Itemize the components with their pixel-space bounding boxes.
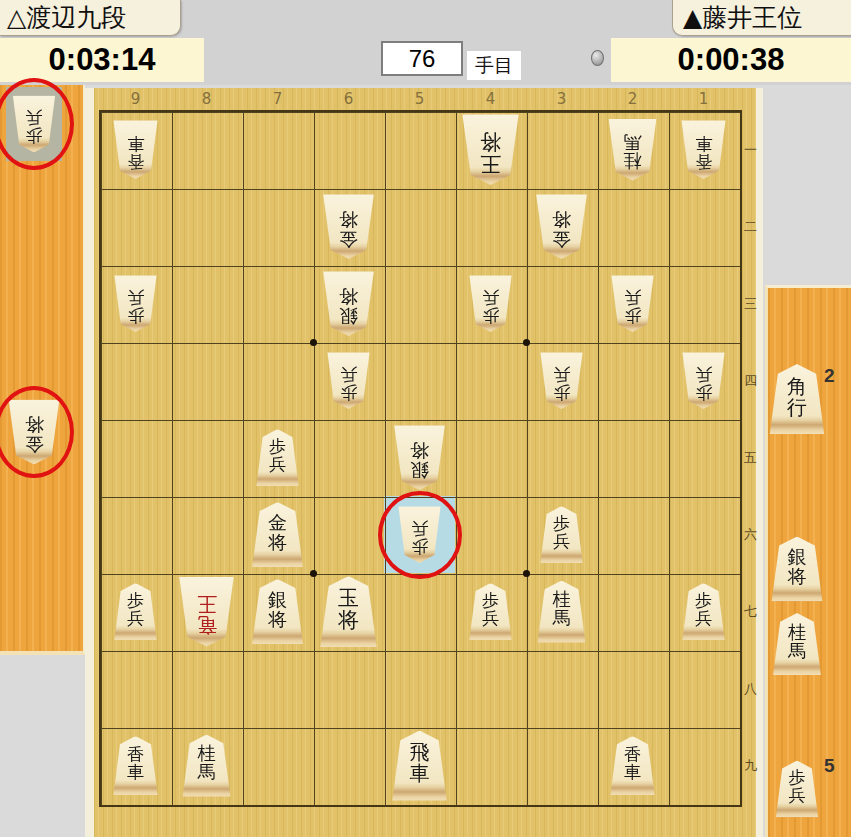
koma-kanji: 金 将: [268, 512, 287, 557]
rank-label: 一: [742, 111, 759, 188]
koma-kanji: 歩 兵: [789, 769, 806, 809]
koma-kanji: 王 将: [480, 125, 501, 174]
koma-kanji: 銀 将: [788, 547, 807, 592]
clock-gote-time: 0:03:14: [49, 42, 156, 78]
star-point: [523, 339, 530, 346]
clock-sente-time: 0:00:38: [678, 42, 785, 78]
small-oval-button[interactable]: [591, 50, 604, 66]
star-point: [310, 570, 317, 577]
clock-gote: 0:03:14: [0, 38, 204, 82]
koma-kanji: 銀 将: [268, 589, 287, 634]
koma-kanji: 香 車: [127, 745, 144, 785]
koma-kanji: 歩 兵: [127, 283, 144, 323]
koma-kanji: 竜 王: [197, 588, 217, 635]
koma-kanji: 歩 兵: [482, 283, 499, 323]
clock-sente: 0:00:38: [611, 38, 851, 82]
koma-kanji: 歩 兵: [269, 437, 286, 477]
player-plate-sente: ▲藤井王位: [672, 0, 851, 36]
file-label: 3: [526, 90, 597, 108]
star-point: [310, 339, 317, 346]
koma-kanji: 桂 馬: [624, 128, 642, 170]
koma-kanji: 香 車: [695, 129, 712, 169]
move-number-value: 76: [409, 45, 436, 73]
star-point: [523, 570, 530, 577]
rank-label: 三: [742, 265, 759, 342]
koma-kanji: 歩 兵: [482, 591, 499, 631]
koma-kanji: 歩 兵: [553, 360, 570, 400]
koma-kanji: 桂 馬: [553, 590, 571, 632]
koma-kanji: 歩 兵: [553, 514, 570, 554]
koma-kanji: 歩 兵: [695, 360, 712, 400]
komadai-gote: [0, 85, 85, 655]
rank-label: 八: [742, 650, 759, 727]
koma-kanji: 角 行: [787, 376, 807, 423]
koma-kanji: 金 将: [339, 204, 358, 249]
koma-kanji: 銀 将: [339, 281, 358, 326]
player-plate-gote: △渡辺九段: [0, 0, 181, 36]
file-label: 7: [242, 90, 313, 108]
hand-piece-count: 5: [824, 755, 835, 777]
koma-kanji: 歩 兵: [695, 591, 712, 631]
koma-kanji: 歩 兵: [411, 514, 428, 554]
player-name-gote: △渡辺九段: [7, 1, 126, 34]
rank-label: 二: [742, 188, 759, 265]
koma-kanji: 銀 将: [410, 435, 429, 480]
koma-kanji: 香 車: [127, 129, 144, 169]
koma-kanji: 歩 兵: [26, 104, 43, 144]
file-label: 6: [313, 90, 384, 108]
rank-label: 四: [742, 342, 759, 419]
koma-kanji: 香 車: [624, 745, 641, 785]
rank-label: 九: [742, 727, 759, 804]
rank-label: 七: [742, 573, 759, 650]
file-label: 5: [384, 90, 455, 108]
koma-kanji: 金 将: [25, 410, 44, 455]
player-name-sente: ▲藤井王位: [683, 1, 802, 34]
shogi-viewer: △渡辺九段 ▲藤井王位 0:03:14 0:00:38 76 手目 987654…: [0, 0, 851, 837]
koma-kanji: 歩 兵: [624, 283, 641, 323]
move-number-input[interactable]: 76: [381, 41, 463, 76]
koma-kanji: 歩 兵: [340, 360, 357, 400]
hand-piece-count: 2: [824, 365, 835, 387]
koma-kanji: 金 将: [552, 204, 571, 249]
rank-label: 六: [742, 496, 759, 573]
file-label: 1: [668, 90, 739, 108]
koma-kanji: 玉 将: [338, 587, 359, 636]
file-label: 9: [100, 90, 171, 108]
koma-kanji: 桂 馬: [198, 744, 216, 786]
koma-kanji: 歩 兵: [127, 591, 144, 631]
file-label: 2: [597, 90, 668, 108]
koma-kanji: 飛 車: [410, 742, 430, 789]
koma-kanji: 桂 馬: [788, 623, 806, 665]
rank-label: 五: [742, 419, 759, 496]
file-label: 8: [171, 90, 242, 108]
file-label: 4: [455, 90, 526, 108]
move-number-unit-label: 手目: [467, 51, 521, 80]
